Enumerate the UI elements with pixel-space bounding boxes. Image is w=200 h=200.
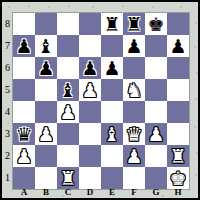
chess-board-frame: 87654321 ♜♜♚♟♝♟♟♟♟♟♝♟♞♟♛♟♝♛♟♟♟♜♜♚ ABCDEF…	[0, 0, 200, 200]
file-label-e: E	[101, 187, 123, 198]
square-b5[interactable]	[35, 79, 57, 101]
piece-white-pawn: ♟	[57, 101, 79, 123]
square-f8[interactable]: ♜	[123, 13, 145, 35]
square-h3[interactable]	[167, 123, 189, 145]
square-h8[interactable]	[167, 13, 189, 35]
square-f6[interactable]	[123, 57, 145, 79]
file-label-c: C	[57, 187, 79, 198]
square-h1[interactable]: ♚	[167, 167, 189, 189]
piece-black-bishop: ♝	[57, 79, 79, 101]
square-a7[interactable]: ♟	[13, 35, 35, 57]
piece-black-rook: ♜	[101, 13, 123, 35]
rank-label-6: 6	[2, 57, 13, 79]
file-label-g: G	[145, 187, 167, 198]
rank-label-5: 5	[2, 79, 13, 101]
square-g2[interactable]	[145, 145, 167, 167]
file-label-a: A	[13, 187, 35, 198]
piece-white-knight: ♞	[123, 79, 145, 101]
piece-white-bishop: ♝	[101, 123, 123, 145]
piece-black-pawn: ♟	[123, 35, 145, 57]
square-f2[interactable]: ♟	[123, 145, 145, 167]
square-e1[interactable]	[101, 167, 123, 189]
square-g7[interactable]	[145, 35, 167, 57]
square-b3[interactable]: ♟	[35, 123, 57, 145]
square-e6[interactable]: ♟	[101, 57, 123, 79]
square-a3[interactable]: ♛	[13, 123, 35, 145]
piece-black-bishop: ♝	[35, 35, 57, 57]
square-f3[interactable]: ♛	[123, 123, 145, 145]
rank-label-4: 4	[2, 101, 13, 123]
piece-black-king: ♚	[145, 13, 167, 35]
file-label-b: B	[35, 187, 57, 198]
square-h5[interactable]	[167, 79, 189, 101]
square-d1[interactable]	[79, 167, 101, 189]
square-f7[interactable]: ♟	[123, 35, 145, 57]
square-d5[interactable]: ♟	[79, 79, 101, 101]
square-g8[interactable]: ♚	[145, 13, 167, 35]
square-h2[interactable]: ♜	[167, 145, 189, 167]
square-c1[interactable]: ♜	[57, 167, 79, 189]
square-a1[interactable]	[13, 167, 35, 189]
square-f1[interactable]	[123, 167, 145, 189]
piece-white-king: ♚	[167, 167, 189, 189]
square-e3[interactable]: ♝	[101, 123, 123, 145]
square-c3[interactable]	[57, 123, 79, 145]
square-c7[interactable]	[57, 35, 79, 57]
piece-white-pawn: ♟	[79, 79, 101, 101]
piece-black-pawn: ♟	[13, 35, 35, 57]
file-label-f: F	[123, 187, 145, 198]
square-c6[interactable]	[57, 57, 79, 79]
square-e4[interactable]	[101, 101, 123, 123]
piece-white-pawn: ♟	[145, 123, 167, 145]
piece-white-pawn: ♟	[13, 145, 35, 167]
piece-black-queen: ♛	[13, 123, 35, 145]
square-h6[interactable]	[167, 57, 189, 79]
square-g4[interactable]	[145, 101, 167, 123]
piece-black-rook: ♜	[123, 13, 145, 35]
piece-white-pawn: ♟	[35, 123, 57, 145]
square-d8[interactable]	[79, 13, 101, 35]
square-g6[interactable]	[145, 57, 167, 79]
square-d4[interactable]	[79, 101, 101, 123]
square-b4[interactable]	[35, 101, 57, 123]
piece-white-rook: ♜	[57, 167, 79, 189]
square-b6[interactable]: ♟	[35, 57, 57, 79]
square-h7[interactable]: ♟	[167, 35, 189, 57]
square-c2[interactable]	[57, 145, 79, 167]
piece-white-rook: ♜	[167, 145, 189, 167]
square-h4[interactable]	[167, 101, 189, 123]
file-labels: ABCDEFGH	[13, 187, 189, 198]
square-a6[interactable]	[13, 57, 35, 79]
square-c8[interactable]	[57, 13, 79, 35]
square-f4[interactable]	[123, 101, 145, 123]
square-a5[interactable]	[13, 79, 35, 101]
piece-white-queen: ♛	[123, 123, 145, 145]
square-e5[interactable]	[101, 79, 123, 101]
piece-white-pawn: ♟	[123, 145, 145, 167]
rank-label-3: 3	[2, 123, 13, 145]
square-e2[interactable]	[101, 145, 123, 167]
square-b7[interactable]: ♝	[35, 35, 57, 57]
square-f5[interactable]: ♞	[123, 79, 145, 101]
square-d2[interactable]	[79, 145, 101, 167]
square-a4[interactable]	[13, 101, 35, 123]
piece-black-pawn: ♟	[79, 57, 101, 79]
rank-label-7: 7	[2, 35, 13, 57]
square-a8[interactable]	[13, 13, 35, 35]
rank-labels: 87654321	[2, 13, 13, 189]
square-b1[interactable]	[35, 167, 57, 189]
chess-board: ♜♜♚♟♝♟♟♟♟♟♝♟♞♟♛♟♝♛♟♟♟♜♜♚	[13, 13, 189, 189]
square-c5[interactable]: ♝	[57, 79, 79, 101]
square-d6[interactable]: ♟	[79, 57, 101, 79]
square-b8[interactable]	[35, 13, 57, 35]
file-label-d: D	[79, 187, 101, 198]
square-e8[interactable]: ♜	[101, 13, 123, 35]
rank-label-1: 1	[2, 167, 13, 189]
file-label-h: H	[167, 187, 189, 198]
piece-black-pawn: ♟	[167, 35, 189, 57]
rank-label-2: 2	[2, 145, 13, 167]
square-d3[interactable]	[79, 123, 101, 145]
square-c4[interactable]: ♟	[57, 101, 79, 123]
square-a2[interactable]: ♟	[13, 145, 35, 167]
square-g3[interactable]: ♟	[145, 123, 167, 145]
square-b2[interactable]	[35, 145, 57, 167]
square-e7[interactable]	[101, 35, 123, 57]
square-d7[interactable]	[79, 35, 101, 57]
piece-black-pawn: ♟	[35, 57, 57, 79]
square-g1[interactable]	[145, 167, 167, 189]
rank-label-8: 8	[2, 13, 13, 35]
square-g5[interactable]	[145, 79, 167, 101]
piece-black-pawn: ♟	[101, 57, 123, 79]
